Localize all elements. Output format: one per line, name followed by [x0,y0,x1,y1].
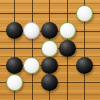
black-stone [6,22,23,39]
board-cell-r2c3[interactable] [41,22,59,39]
black-stone [59,40,76,57]
black-stone [41,22,58,39]
white-stone-green-rim [23,57,40,74]
white-stone-green-rim [6,74,23,91]
board-cell-r3c2[interactable] [23,40,41,57]
wood-grain-streak [0,3,100,4]
board-cell-r2c2[interactable] [23,22,41,39]
black-stone [6,57,23,74]
board-cell-r3c1[interactable] [6,40,24,57]
board-cell-r1c5[interactable] [76,5,94,22]
board-cell-r3c4[interactable] [58,40,76,57]
board-cell-r5c2[interactable] [23,74,41,91]
board-cell-r1c2[interactable] [23,5,41,22]
board-cell-r1c1[interactable] [6,5,24,22]
board-cell-r5c4[interactable] [58,74,76,91]
board-cell-r2c1[interactable] [6,22,24,39]
white-stone-green-rim [76,5,93,22]
board-cell-r3c5[interactable] [76,40,94,57]
board-cell-r1c3[interactable] [41,5,59,22]
board-cell-r5c5[interactable] [76,74,94,91]
board-cell-r2c5[interactable] [76,22,94,39]
black-stone [41,57,58,74]
board-cell-r4c3[interactable] [41,57,59,74]
board-cell-r4c5[interactable] [76,57,94,74]
board-cell-r1c4[interactable] [58,5,76,22]
board-cell-r5c1[interactable] [6,74,24,91]
white-stone [23,22,40,39]
board-cell-r4c2[interactable] [23,57,41,74]
white-stone-green-rim [59,22,76,39]
board-cell-r4c4[interactable] [58,57,76,74]
stone-grid [6,5,94,91]
board-cell-r4c1[interactable] [6,57,24,74]
black-stone [76,57,93,74]
black-stone [41,74,58,91]
white-stone-green-rim [41,40,58,57]
board-cell-r5c3[interactable] [41,74,59,91]
go-board[interactable] [0,0,100,100]
board-cell-r3c3[interactable] [41,40,59,57]
board-cell-r2c4[interactable] [58,22,76,39]
wood-grain-streak [0,94,100,95]
